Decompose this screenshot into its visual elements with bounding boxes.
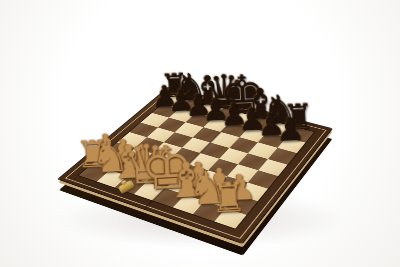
chess-board: ♜♞♝♛♚♝♞♜♟♟♟♟♟♟♟♟♟♟♟♟♟♟♟♟♜♞♝♛♚♝♞♜	[58, 87, 332, 243]
white-rook[interactable]: ♜	[192, 176, 267, 221]
photo-backdrop: ♜♞♝♛♚♝♞♜♟♟♟♟♟♟♟♟♟♟♟♟♟♟♟♟♜♞♝♛♚♝♞♜	[0, 0, 400, 267]
